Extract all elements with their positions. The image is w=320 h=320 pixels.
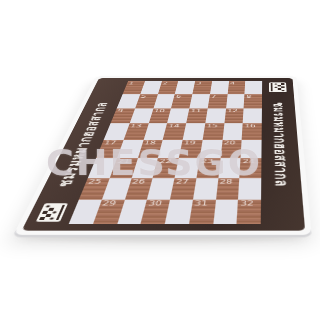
light-square <box>226 94 245 108</box>
square-number: 2 <box>162 82 168 86</box>
square-number: 14 <box>168 124 180 129</box>
light-square <box>213 200 238 224</box>
square-number: 29 <box>101 201 117 208</box>
product-photo: ชมรมหมากฮอสสากล <box>0 0 320 320</box>
square-number: 31 <box>194 201 208 208</box>
square-number: 11 <box>190 109 201 113</box>
square-number: 9 <box>117 109 124 113</box>
dark-square: 16 <box>242 123 262 140</box>
dark-square: 4 <box>227 81 245 94</box>
square-number: 4 <box>230 82 235 86</box>
square-number: 5 <box>140 95 146 99</box>
light-square <box>243 108 262 123</box>
square-number: 12 <box>227 109 238 113</box>
square-number: 15 <box>206 124 218 129</box>
square-number: 30 <box>148 201 163 208</box>
square-number: 6 <box>176 95 182 99</box>
square-number: 3 <box>196 82 202 86</box>
dark-square: 12 <box>224 108 244 123</box>
square-number: 8 <box>246 95 251 99</box>
right-border-text: ชมรมหมากฮอสสากล <box>267 102 294 187</box>
dark-square: 15 <box>202 123 224 140</box>
square-number: 1 <box>128 82 134 86</box>
square-number: 7 <box>211 95 217 99</box>
right-border: ชมรมหมากฮอสสากล <box>261 78 305 230</box>
dark-square: 31 <box>189 200 216 224</box>
dark-square: 8 <box>244 94 262 108</box>
light-square <box>245 81 263 94</box>
club-checkerboard-logo-icon <box>36 203 68 221</box>
watermark-text: CHESSGO <box>44 142 264 183</box>
square-number: 13 <box>129 124 142 129</box>
club-checkerboard-logo-icon <box>269 82 287 92</box>
dark-square: 7 <box>208 94 228 108</box>
dark-square: 32 <box>237 200 261 224</box>
square-number: 16 <box>244 124 255 129</box>
light-square <box>205 108 226 123</box>
light-square <box>210 81 229 94</box>
square-number: 10 <box>153 109 165 113</box>
light-square <box>222 123 243 140</box>
square-number: 32 <box>240 201 254 208</box>
